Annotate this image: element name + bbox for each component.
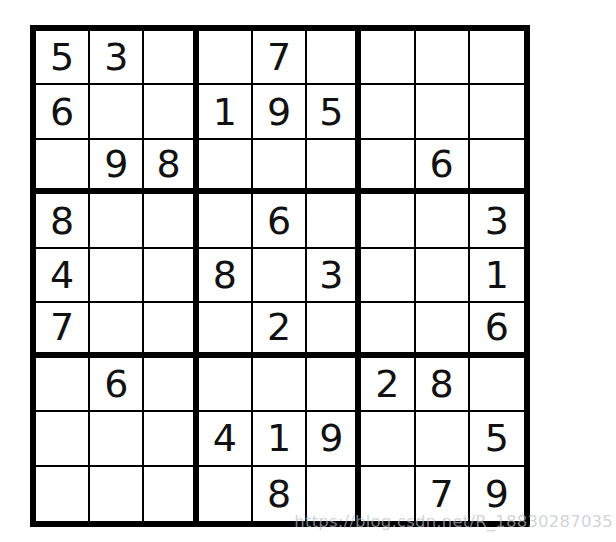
cell-r4c4[interactable] — [199, 194, 253, 248]
cell-r2c5[interactable]: 9 — [253, 85, 307, 139]
cell-r6c6[interactable] — [307, 303, 361, 357]
cell-r1c7[interactable] — [361, 31, 415, 85]
cell-r1c9[interactable] — [470, 31, 524, 85]
cell-r8c8[interactable] — [416, 412, 470, 466]
cell-r6c8[interactable] — [416, 303, 470, 357]
cell-r3c6[interactable] — [307, 140, 361, 194]
cell-r1c5[interactable]: 7 — [253, 31, 307, 85]
cell-r6c3[interactable] — [144, 303, 198, 357]
cell-r6c5[interactable]: 2 — [253, 303, 307, 357]
cell-r4c5[interactable]: 6 — [253, 194, 307, 248]
cell-r4c3[interactable] — [144, 194, 198, 248]
cell-r4c2[interactable] — [90, 194, 144, 248]
cell-r5c4[interactable]: 8 — [199, 249, 253, 303]
cell-r8c7[interactable] — [361, 412, 415, 466]
cell-r2c7[interactable] — [361, 85, 415, 139]
cell-r9c2[interactable] — [90, 467, 144, 521]
cell-r4c9[interactable]: 3 — [470, 194, 524, 248]
cell-r3c4[interactable] — [199, 140, 253, 194]
cell-r5c1[interactable]: 4 — [36, 249, 90, 303]
cell-r2c2[interactable] — [90, 85, 144, 139]
cell-r5c5[interactable] — [253, 249, 307, 303]
cell-r5c9[interactable]: 1 — [470, 249, 524, 303]
cell-r5c6[interactable]: 3 — [307, 249, 361, 303]
cell-r8c3[interactable] — [144, 412, 198, 466]
cell-r7c3[interactable] — [144, 358, 198, 412]
cell-r7c7[interactable]: 2 — [361, 358, 415, 412]
cell-r8c2[interactable] — [90, 412, 144, 466]
cell-r6c7[interactable] — [361, 303, 415, 357]
cell-r5c7[interactable] — [361, 249, 415, 303]
cell-r4c6[interactable] — [307, 194, 361, 248]
cell-r9c1[interactable] — [36, 467, 90, 521]
cell-r9c4[interactable] — [199, 467, 253, 521]
cell-r5c2[interactable] — [90, 249, 144, 303]
cell-r9c8[interactable]: 7 — [416, 467, 470, 521]
cell-r4c8[interactable] — [416, 194, 470, 248]
cell-r5c3[interactable] — [144, 249, 198, 303]
cell-r7c1[interactable] — [36, 358, 90, 412]
cell-r8c4[interactable]: 4 — [199, 412, 253, 466]
cell-r2c9[interactable] — [470, 85, 524, 139]
cell-r6c9[interactable]: 6 — [470, 303, 524, 357]
cell-r3c7[interactable] — [361, 140, 415, 194]
cell-r5c8[interactable] — [416, 249, 470, 303]
cell-r7c5[interactable] — [253, 358, 307, 412]
cell-r7c2[interactable]: 6 — [90, 358, 144, 412]
cell-r2c6[interactable]: 5 — [307, 85, 361, 139]
cell-r2c3[interactable] — [144, 85, 198, 139]
cell-r3c5[interactable] — [253, 140, 307, 194]
cell-r3c1[interactable] — [36, 140, 90, 194]
cell-r1c2[interactable]: 3 — [90, 31, 144, 85]
cell-r3c2[interactable]: 9 — [90, 140, 144, 194]
cell-r8c5[interactable]: 1 — [253, 412, 307, 466]
cell-r7c6[interactable] — [307, 358, 361, 412]
cell-r2c4[interactable]: 1 — [199, 85, 253, 139]
cell-r9c7[interactable] — [361, 467, 415, 521]
cell-r1c8[interactable] — [416, 31, 470, 85]
cell-r9c6[interactable] — [307, 467, 361, 521]
cell-r6c1[interactable]: 7 — [36, 303, 90, 357]
cell-r9c3[interactable] — [144, 467, 198, 521]
cell-r7c8[interactable]: 8 — [416, 358, 470, 412]
cell-r1c4[interactable] — [199, 31, 253, 85]
cell-r7c9[interactable] — [470, 358, 524, 412]
cell-r1c1[interactable]: 5 — [36, 31, 90, 85]
cell-r9c9[interactable]: 9 — [470, 467, 524, 521]
cell-r1c3[interactable] — [144, 31, 198, 85]
cell-r8c9[interactable]: 5 — [470, 412, 524, 466]
sudoku-page: 537619598686348317266284195879 https://b… — [0, 0, 616, 542]
cell-r8c6[interactable]: 9 — [307, 412, 361, 466]
cell-r6c2[interactable] — [90, 303, 144, 357]
cell-r7c4[interactable] — [199, 358, 253, 412]
cell-r9c5[interactable]: 8 — [253, 467, 307, 521]
cell-r2c8[interactable] — [416, 85, 470, 139]
cell-r1c6[interactable] — [307, 31, 361, 85]
cell-r3c8[interactable]: 6 — [416, 140, 470, 194]
cell-r2c1[interactable]: 6 — [36, 85, 90, 139]
cell-r3c9[interactable] — [470, 140, 524, 194]
cell-r3c3[interactable]: 8 — [144, 140, 198, 194]
sudoku-board: 537619598686348317266284195879 — [30, 25, 530, 527]
cell-r4c7[interactable] — [361, 194, 415, 248]
cell-r6c4[interactable] — [199, 303, 253, 357]
cell-r4c1[interactable]: 8 — [36, 194, 90, 248]
cell-r8c1[interactable] — [36, 412, 90, 466]
